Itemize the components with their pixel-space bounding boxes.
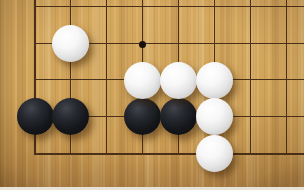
white-stone-b4 xyxy=(52,25,89,62)
black-stone-b2 xyxy=(52,98,89,135)
white-stone-d3 xyxy=(124,62,161,99)
black-stone-e2 xyxy=(160,98,197,135)
grid-line-vertical xyxy=(106,0,107,154)
white-stone-f1 xyxy=(196,135,233,172)
black-stone-d2 xyxy=(124,98,161,135)
white-stone-f2 xyxy=(196,98,233,135)
star-point-d4 xyxy=(139,41,146,48)
go-board[interactable] xyxy=(0,0,304,190)
grid-line-vertical xyxy=(250,0,251,154)
grid-line-horizontal xyxy=(34,153,304,155)
white-stone-f3 xyxy=(196,62,233,99)
screenshot-bottom-strip xyxy=(0,187,304,190)
black-stone-a2 xyxy=(17,98,54,135)
grid-line-vertical xyxy=(286,0,287,154)
grid-line-horizontal xyxy=(34,6,304,7)
white-stone-e3 xyxy=(160,62,197,99)
